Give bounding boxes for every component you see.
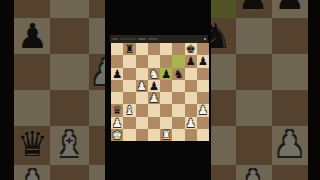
square-f6[interactable]: ♞ (172, 68, 184, 80)
chess-board[interactable]: ♜♚♟♟♟♞♟♞♟♟♟♛♝♟♟♟♚♜ (111, 43, 209, 141)
square-d7[interactable] (148, 55, 160, 67)
square-c3[interactable] (136, 104, 148, 116)
square-f5[interactable] (172, 80, 184, 92)
square-c7[interactable] (136, 55, 148, 67)
square-a7[interactable] (111, 55, 123, 67)
piece-white-rook[interactable]: ♜ (161, 129, 171, 141)
square-h5[interactable] (197, 80, 209, 92)
piece-black-pawn[interactable]: ♟ (198, 55, 208, 67)
piece-white-bishop[interactable]: ♝ (124, 104, 134, 116)
piece-white-pawn[interactable]: ♟ (149, 92, 159, 104)
square-e1[interactable]: ♜ (160, 129, 172, 141)
square-e4[interactable] (160, 92, 172, 104)
square-g7[interactable]: ♟ (185, 55, 197, 67)
square-c8[interactable] (136, 43, 148, 55)
square-d3[interactable] (148, 104, 160, 116)
square-c6[interactable] (136, 68, 148, 80)
browser-bar-mark (120, 38, 136, 40)
square-e8[interactable] (160, 43, 172, 55)
square-b2[interactable] (123, 117, 135, 129)
square-a6[interactable]: ♟ (111, 68, 123, 80)
piece-black-knight[interactable]: ♞ (173, 68, 183, 80)
square-d6[interactable]: ♞ (148, 68, 160, 80)
square-g5[interactable] (185, 80, 197, 92)
square-e2[interactable] (160, 117, 172, 129)
square-a8[interactable] (111, 43, 123, 55)
piece-black-rook[interactable]: ♜ (124, 43, 134, 55)
square-a2[interactable]: ♟ (111, 117, 123, 129)
piece-white-pawn[interactable]: ♟ (198, 104, 208, 116)
square-e3[interactable] (160, 104, 172, 116)
square-b7[interactable] (123, 55, 135, 67)
square-h1[interactable] (197, 129, 209, 141)
browser-bar-mark (112, 38, 118, 40)
square-a3[interactable]: ♛ (111, 104, 123, 116)
square-f3[interactable] (172, 104, 184, 116)
square-e7[interactable] (160, 55, 172, 67)
piece-white-king[interactable]: ♚ (112, 129, 122, 141)
square-h3[interactable]: ♟ (197, 104, 209, 116)
square-h6[interactable] (197, 68, 209, 80)
square-e6[interactable]: ♟ (160, 68, 172, 80)
square-g4[interactable] (185, 92, 197, 104)
square-f8[interactable] (172, 43, 184, 55)
piece-black-pawn[interactable]: ♟ (112, 68, 122, 80)
piece-black-pawn[interactable]: ♟ (149, 80, 159, 92)
square-c1[interactable] (136, 129, 148, 141)
video-frame: ♜♚♟♟♟♞♟♞♟♟♟♛♝♟♟♟♚♜ ♜♚♟♟♟♞♟♞♟♟♟♛♝♟♟♟♚♜ (0, 0, 320, 180)
square-e5[interactable] (160, 80, 172, 92)
square-g1[interactable] (185, 129, 197, 141)
square-f1[interactable] (172, 129, 184, 141)
square-b1[interactable] (123, 129, 135, 141)
square-h7[interactable]: ♟ (197, 55, 209, 67)
square-f2[interactable] (172, 117, 184, 129)
piece-white-pawn[interactable]: ♟ (185, 117, 195, 129)
square-b5[interactable] (123, 80, 135, 92)
piece-black-queen[interactable]: ♛ (112, 104, 122, 116)
close-icon[interactable] (204, 38, 206, 40)
center-video-column: ♜♚♟♟♟♞♟♞♟♟♟♛♝♟♟♟♚♜ (105, 0, 211, 180)
square-d4[interactable]: ♟ (148, 92, 160, 104)
piece-black-pawn[interactable]: ♟ (185, 55, 195, 67)
square-c5[interactable]: ♟ (136, 80, 148, 92)
piece-black-king[interactable]: ♚ (185, 43, 195, 55)
piece-white-pawn[interactable]: ♟ (136, 80, 146, 92)
piece-black-pawn[interactable]: ♟ (161, 68, 171, 80)
square-f7[interactable] (172, 55, 184, 67)
browser-bar-mark (148, 38, 158, 40)
square-b6[interactable] (123, 68, 135, 80)
square-b8[interactable]: ♜ (123, 43, 135, 55)
square-d8[interactable] (148, 43, 160, 55)
square-d2[interactable] (148, 117, 160, 129)
square-g3[interactable] (185, 104, 197, 116)
piece-white-knight[interactable]: ♞ (149, 68, 159, 80)
square-b3[interactable]: ♝ (123, 104, 135, 116)
square-c4[interactable] (136, 92, 148, 104)
square-g2[interactable]: ♟ (185, 117, 197, 129)
piece-white-pawn[interactable]: ♟ (112, 117, 122, 129)
square-h2[interactable] (197, 117, 209, 129)
square-a1[interactable]: ♚ (111, 129, 123, 141)
square-f4[interactable] (172, 92, 184, 104)
browser-bar-mark (138, 38, 146, 40)
square-g6[interactable] (185, 68, 197, 80)
square-c2[interactable] (136, 117, 148, 129)
square-d1[interactable] (148, 129, 160, 141)
square-a5[interactable] (111, 80, 123, 92)
